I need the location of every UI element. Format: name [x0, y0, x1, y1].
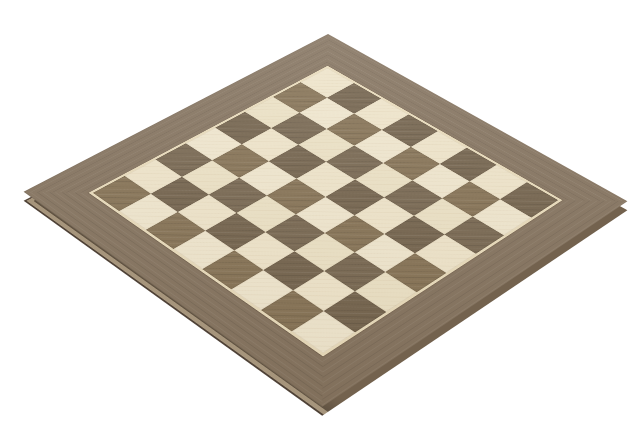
product-photo-background	[0, 0, 640, 440]
board-grid	[92, 67, 557, 352]
board-top-face	[23, 33, 627, 406]
maple-inlay-line	[88, 65, 562, 356]
